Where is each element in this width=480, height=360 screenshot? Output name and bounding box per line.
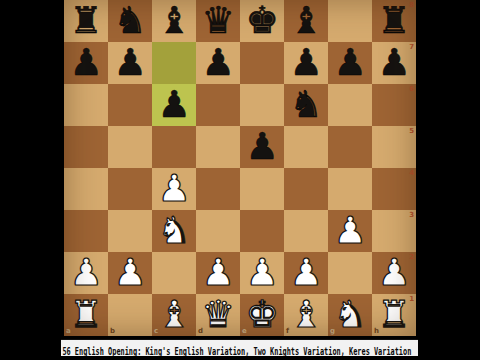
- square-e3[interactable]: [240, 210, 284, 252]
- black-queen[interactable]: ♛: [196, 0, 240, 41]
- square-g1[interactable]: ♞g: [328, 294, 372, 336]
- black-pawn[interactable]: ♟: [284, 42, 328, 83]
- square-g6[interactable]: [328, 84, 372, 126]
- black-pawn[interactable]: ♟: [64, 42, 108, 83]
- square-d8[interactable]: ♛: [196, 0, 240, 42]
- square-b1[interactable]: b: [108, 294, 152, 336]
- square-c8[interactable]: ♝: [152, 0, 196, 42]
- square-d2[interactable]: ♟: [196, 252, 240, 294]
- square-h6[interactable]: 6: [372, 84, 416, 126]
- square-e6[interactable]: [240, 84, 284, 126]
- square-a5[interactable]: [64, 126, 108, 168]
- black-pawn[interactable]: ♟: [372, 42, 416, 83]
- black-king[interactable]: ♚: [240, 0, 284, 41]
- white-pawn[interactable]: ♟: [64, 252, 108, 293]
- square-g7[interactable]: ♟: [328, 42, 372, 84]
- square-h4[interactable]: 4: [372, 168, 416, 210]
- rank-label-4: 4: [409, 170, 414, 177]
- white-bishop[interactable]: ♝: [152, 294, 196, 335]
- letterbox-right: [416, 0, 480, 360]
- square-d7[interactable]: ♟: [196, 42, 240, 84]
- white-pawn[interactable]: ♟: [108, 252, 152, 293]
- square-a7[interactable]: ♟: [64, 42, 108, 84]
- square-d4[interactable]: [196, 168, 240, 210]
- square-f5[interactable]: [284, 126, 328, 168]
- white-queen[interactable]: ♛: [196, 294, 240, 335]
- square-c5[interactable]: [152, 126, 196, 168]
- square-h3[interactable]: 3: [372, 210, 416, 252]
- square-d5[interactable]: [196, 126, 240, 168]
- square-g5[interactable]: [328, 126, 372, 168]
- square-f4[interactable]: [284, 168, 328, 210]
- black-knight[interactable]: ♞: [108, 0, 152, 41]
- letterbox-left: [0, 0, 64, 360]
- square-d1[interactable]: ♛d: [196, 294, 240, 336]
- white-king[interactable]: ♚: [240, 294, 284, 335]
- white-pawn[interactable]: ♟: [284, 252, 328, 293]
- chess-board: ♜♞♝♛♚♝♜8♟♟♟♟♟♟7♟♞6♟5♟4♞♟3♟♟♟♟♟♟2♜ab♝c♛d♚…: [64, 0, 416, 336]
- square-a3[interactable]: [64, 210, 108, 252]
- square-h8[interactable]: ♜8: [372, 0, 416, 42]
- square-b2[interactable]: ♟: [108, 252, 152, 294]
- black-bishop[interactable]: ♝: [284, 0, 328, 41]
- file-label-b: b: [110, 328, 115, 335]
- square-c3[interactable]: ♞: [152, 210, 196, 252]
- square-e5[interactable]: ♟: [240, 126, 284, 168]
- white-knight[interactable]: ♞: [328, 294, 372, 335]
- black-bishop[interactable]: ♝: [152, 0, 196, 41]
- white-rook[interactable]: ♜: [64, 294, 108, 335]
- square-f3[interactable]: [284, 210, 328, 252]
- square-b6[interactable]: [108, 84, 152, 126]
- square-g4[interactable]: [328, 168, 372, 210]
- black-pawn[interactable]: ♟: [240, 126, 284, 167]
- square-g2[interactable]: [328, 252, 372, 294]
- black-knight[interactable]: ♞: [284, 84, 328, 125]
- white-pawn[interactable]: ♟: [240, 252, 284, 293]
- white-rook[interactable]: ♜: [372, 294, 416, 335]
- rank-label-3: 3: [409, 212, 414, 219]
- square-d6[interactable]: [196, 84, 240, 126]
- square-f1[interactable]: ♝f: [284, 294, 328, 336]
- square-b8[interactable]: ♞: [108, 0, 152, 42]
- white-pawn[interactable]: ♟: [328, 210, 372, 251]
- square-f8[interactable]: ♝: [284, 0, 328, 42]
- square-a1[interactable]: ♜a: [64, 294, 108, 336]
- square-h1[interactable]: ♜1h: [372, 294, 416, 336]
- square-h2[interactable]: ♟2: [372, 252, 416, 294]
- square-e7[interactable]: [240, 42, 284, 84]
- square-a8[interactable]: ♜: [64, 0, 108, 42]
- white-pawn[interactable]: ♟: [152, 168, 196, 209]
- square-b7[interactable]: ♟: [108, 42, 152, 84]
- square-f6[interactable]: ♞: [284, 84, 328, 126]
- square-c6[interactable]: ♟: [152, 84, 196, 126]
- square-e1[interactable]: ♚e: [240, 294, 284, 336]
- black-pawn[interactable]: ♟: [196, 42, 240, 83]
- black-rook[interactable]: ♜: [372, 0, 416, 41]
- black-pawn[interactable]: ♟: [108, 42, 152, 83]
- square-c1[interactable]: ♝c: [152, 294, 196, 336]
- caption-bar: 56 English Opening: King's English Varia…: [61, 339, 418, 356]
- white-pawn[interactable]: ♟: [196, 252, 240, 293]
- square-b5[interactable]: [108, 126, 152, 168]
- rank-label-5: 5: [409, 128, 414, 135]
- square-e4[interactable]: [240, 168, 284, 210]
- white-pawn[interactable]: ♟: [372, 252, 416, 293]
- square-f2[interactable]: ♟: [284, 252, 328, 294]
- white-bishop[interactable]: ♝: [284, 294, 328, 335]
- square-c2[interactable]: [152, 252, 196, 294]
- square-d3[interactable]: [196, 210, 240, 252]
- square-a6[interactable]: [64, 84, 108, 126]
- square-h5[interactable]: 5: [372, 126, 416, 168]
- square-e2[interactable]: ♟: [240, 252, 284, 294]
- square-b3[interactable]: [108, 210, 152, 252]
- square-a2[interactable]: ♟: [64, 252, 108, 294]
- black-pawn[interactable]: ♟: [328, 42, 372, 83]
- black-pawn[interactable]: ♟: [152, 84, 196, 125]
- square-h7[interactable]: ♟7: [372, 42, 416, 84]
- opening-caption: 56 English Opening: King's English Varia…: [61, 344, 411, 356]
- rank-label-6: 6: [409, 86, 414, 93]
- square-c4[interactable]: ♟: [152, 168, 196, 210]
- black-rook[interactable]: ♜: [64, 0, 108, 41]
- square-g8[interactable]: [328, 0, 372, 42]
- square-f7[interactable]: ♟: [284, 42, 328, 84]
- square-a4[interactable]: [64, 168, 108, 210]
- square-g3[interactable]: ♟: [328, 210, 372, 252]
- square-c7[interactable]: [152, 42, 196, 84]
- square-b4[interactable]: [108, 168, 152, 210]
- square-e8[interactable]: ♚: [240, 0, 284, 42]
- white-knight[interactable]: ♞: [152, 210, 196, 251]
